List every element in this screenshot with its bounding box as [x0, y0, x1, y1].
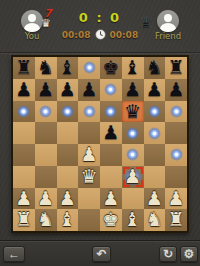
square-e4[interactable] [100, 144, 122, 166]
avatar-friend[interactable] [157, 10, 179, 32]
square-a1[interactable]: ♜ [13, 209, 35, 231]
square-c6[interactable] [57, 101, 79, 123]
white-knight-b1[interactable]: ♞ [35, 209, 57, 231]
square-e2[interactable]: ♟ [100, 188, 122, 210]
legal-move-dot[interactable] [148, 105, 161, 118]
square-d7[interactable]: ♟ [78, 79, 100, 101]
square-b2[interactable]: ♟ [35, 188, 57, 210]
black-pawn-b7[interactable]: ♟ [35, 79, 57, 101]
square-h7[interactable]: ♟ [165, 79, 187, 101]
black-rook-a8[interactable]: ♜ [13, 57, 35, 79]
black-king-e8[interactable]: ♚ [100, 57, 122, 79]
white-pawn-a2[interactable]: ♟ [13, 188, 35, 210]
square-g6[interactable] [144, 101, 166, 123]
square-e8[interactable]: ♚ [100, 57, 122, 79]
square-h8[interactable]: ♜ [165, 57, 187, 79]
chess-board-frame: ♜♞♝♚♝♞♜♟♟♟♟♟♟♟♛♟♟♛♟♟♟♟♟♟♟♜♞♝♚♝♞♜ [11, 55, 189, 233]
clock-icon [95, 29, 106, 40]
legal-move-dot[interactable] [39, 105, 52, 118]
score-display: 0 : 0 [70, 10, 130, 25]
capture-corner-marker [136, 167, 143, 174]
square-f5[interactable] [122, 122, 144, 144]
square-f3[interactable]: ♟ [122, 166, 144, 188]
black-knight-b8[interactable]: ♞ [35, 57, 57, 79]
square-g5[interactable] [144, 122, 166, 144]
white-queen-d3[interactable]: ♛ [78, 166, 100, 188]
black-pawn-g7[interactable]: ♟ [144, 79, 166, 101]
bottom-toolbar: ← ↶ ↻ ⚙ [0, 240, 200, 266]
white-pawn-g2[interactable]: ♟ [144, 188, 166, 210]
square-a7[interactable]: ♟ [13, 79, 35, 101]
square-f1[interactable]: ♝ [122, 209, 144, 231]
square-b3[interactable] [35, 166, 57, 188]
legal-move-dot[interactable] [104, 105, 117, 118]
square-c8[interactable]: ♝ [57, 57, 79, 79]
square-g7[interactable]: ♟ [144, 79, 166, 101]
white-pawn-e2[interactable]: ♟ [100, 188, 122, 210]
square-d2[interactable] [78, 188, 100, 210]
black-bishop-c8[interactable]: ♝ [57, 57, 79, 79]
square-d4[interactable]: ♟ [78, 144, 100, 166]
legal-move-dot[interactable] [126, 127, 139, 140]
square-g8[interactable]: ♞ [144, 57, 166, 79]
black-crown-icon: ♛ [140, 15, 152, 30]
white-pawn-d4[interactable]: ♟ [78, 144, 100, 166]
square-f7[interactable]: ♟ [122, 79, 144, 101]
square-h3[interactable] [165, 166, 187, 188]
arrow-left-icon: ← [4, 247, 24, 262]
player-name-friend: Friend [146, 31, 190, 41]
legal-move-dot[interactable] [61, 105, 74, 118]
square-e6[interactable] [100, 101, 122, 123]
undo-button[interactable]: ↶ [92, 246, 111, 262]
square-d1[interactable] [78, 209, 100, 231]
capture-corner-marker [136, 180, 143, 187]
black-pawn-d7[interactable]: ♟ [78, 79, 100, 101]
undo-icon: ↶ [93, 247, 110, 262]
right-clock: 00:08 [110, 30, 139, 40]
white-rook-a1[interactable]: ♜ [13, 209, 35, 231]
chess-app: You 7 ♛ 0 : 0 00:08 00:08 ♛ Friend ♜♞♝♚♝… [0, 0, 200, 266]
square-c1[interactable]: ♝ [57, 209, 79, 231]
square-f4[interactable] [122, 144, 144, 166]
back-button[interactable]: ← [3, 246, 25, 262]
white-pawn-b2[interactable]: ♟ [35, 188, 57, 210]
square-e7[interactable] [100, 79, 122, 101]
white-pawn-h2[interactable]: ♟ [165, 188, 187, 210]
white-crown-icon: ♛ [41, 17, 51, 30]
legal-move-dot[interactable] [170, 105, 183, 118]
square-c3[interactable] [57, 166, 79, 188]
settings-button[interactable]: ⚙ [180, 246, 198, 262]
square-h4[interactable] [165, 144, 187, 166]
square-f8[interactable]: ♝ [122, 57, 144, 79]
square-b1[interactable]: ♞ [35, 209, 57, 231]
capture-corner-marker [123, 167, 130, 174]
square-a4[interactable] [13, 144, 35, 166]
square-b6[interactable] [35, 101, 57, 123]
square-h1[interactable]: ♜ [165, 209, 187, 231]
header-bar: You 7 ♛ 0 : 0 00:08 00:08 ♛ Friend [0, 0, 200, 53]
square-d3[interactable]: ♛ [78, 166, 100, 188]
white-rook-h1[interactable]: ♜ [165, 209, 187, 231]
white-bishop-f1[interactable]: ♝ [122, 209, 144, 231]
square-h5[interactable] [165, 122, 187, 144]
square-c2[interactable]: ♟ [57, 188, 79, 210]
white-bishop-c1[interactable]: ♝ [57, 209, 79, 231]
square-b8[interactable]: ♞ [35, 57, 57, 79]
square-a6[interactable] [13, 101, 35, 123]
rotate-icon: ↻ [160, 247, 176, 262]
square-c5[interactable] [57, 122, 79, 144]
square-g4[interactable] [144, 144, 166, 166]
square-c7[interactable]: ♟ [57, 79, 79, 101]
black-bishop-f8[interactable]: ♝ [122, 57, 144, 79]
player-name-you: You [10, 31, 54, 41]
capture-corner-marker [123, 180, 130, 187]
black-pawn-a7[interactable]: ♟ [13, 79, 35, 101]
square-f2[interactable] [122, 188, 144, 210]
legal-move-dot[interactable] [104, 83, 117, 96]
legal-move-dot[interactable] [148, 127, 161, 140]
square-a5[interactable] [13, 122, 35, 144]
square-a3[interactable] [13, 166, 35, 188]
refresh-button[interactable]: ↻ [159, 246, 177, 262]
black-pawn-f7[interactable]: ♟ [122, 79, 144, 101]
square-b5[interactable] [35, 122, 57, 144]
black-queen-f6[interactable]: ♛ [122, 101, 144, 123]
left-clock: 00:08 [62, 30, 91, 40]
legal-move-dot[interactable] [17, 105, 30, 118]
legal-move-dot[interactable] [83, 61, 96, 74]
square-d8[interactable] [78, 57, 100, 79]
white-pawn-c2[interactable]: ♟ [57, 188, 79, 210]
black-pawn-e5[interactable]: ♟ [100, 122, 122, 144]
square-b7[interactable]: ♟ [35, 79, 57, 101]
square-h6[interactable] [165, 101, 187, 123]
square-e1[interactable]: ♚ [100, 209, 122, 231]
square-a2[interactable]: ♟ [13, 188, 35, 210]
square-e3[interactable] [100, 166, 122, 188]
legal-move-dot[interactable] [83, 105, 96, 118]
square-g2[interactable]: ♟ [144, 188, 166, 210]
square-e5[interactable]: ♟ [100, 122, 122, 144]
white-king-e1[interactable]: ♚ [100, 209, 122, 231]
square-d5[interactable] [78, 122, 100, 144]
black-rook-h8[interactable]: ♜ [165, 57, 187, 79]
square-c4[interactable] [57, 144, 79, 166]
square-h2[interactable]: ♟ [165, 188, 187, 210]
black-pawn-h7[interactable]: ♟ [165, 79, 187, 101]
legal-move-dot[interactable] [170, 148, 183, 161]
square-a8[interactable]: ♜ [13, 57, 35, 79]
white-knight-g1[interactable]: ♞ [144, 209, 166, 231]
gear-icon: ⚙ [181, 247, 197, 262]
avatar-you[interactable] [21, 10, 43, 32]
black-pawn-c7[interactable]: ♟ [57, 79, 79, 101]
legal-move-dot[interactable] [126, 148, 139, 161]
black-knight-g8[interactable]: ♞ [144, 57, 166, 79]
chess-board[interactable]: ♜♞♝♚♝♞♜♟♟♟♟♟♟♟♛♟♟♛♟♟♟♟♟♟♟♜♞♝♚♝♞♜ [13, 57, 187, 231]
square-g1[interactable]: ♞ [144, 209, 166, 231]
square-f6[interactable]: ♛ [122, 101, 144, 123]
square-g3[interactable] [144, 166, 166, 188]
square-d6[interactable] [78, 101, 100, 123]
square-b4[interactable] [35, 144, 57, 166]
clock-row: 00:08 00:08 [55, 29, 145, 40]
